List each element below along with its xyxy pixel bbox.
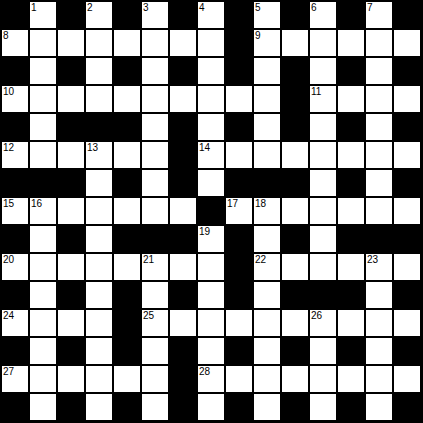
cell-r13c4[interactable]: [86, 338, 112, 364]
cell-r2c1[interactable]: 8: [2, 30, 28, 56]
cell-r8c3[interactable]: [58, 198, 84, 224]
cell-r10c13[interactable]: [338, 254, 364, 280]
cell-r4c11: [282, 86, 308, 112]
clue-number: 7: [367, 2, 373, 13]
cell-r13c15: [394, 338, 420, 364]
cell-r9c12[interactable]: [310, 226, 336, 252]
cell-r13c1: [2, 338, 28, 364]
cell-r14c8[interactable]: 28: [198, 366, 224, 392]
cell-r6c6[interactable]: [142, 142, 168, 168]
cell-r9c13: [338, 226, 364, 252]
cell-r11c10[interactable]: [254, 282, 280, 308]
cell-r10c8[interactable]: [198, 254, 224, 280]
cell-r4c12[interactable]: 11: [310, 86, 336, 112]
cell-r8c13[interactable]: [338, 198, 364, 224]
cell-r9c8[interactable]: 19: [198, 226, 224, 252]
cell-r2c3[interactable]: [58, 30, 84, 56]
cell-r2c2[interactable]: [30, 30, 56, 56]
cell-r1c8[interactable]: 4: [198, 2, 224, 28]
cell-r11c14[interactable]: [366, 282, 392, 308]
cell-r5c8[interactable]: [198, 114, 224, 140]
cell-r14c7: [170, 366, 196, 392]
clue-number: 21: [143, 254, 154, 265]
cell-r7c14[interactable]: [366, 170, 392, 196]
cell-r2c4[interactable]: [86, 30, 112, 56]
cell-r1c12[interactable]: 6: [310, 2, 336, 28]
cell-r12c1[interactable]: 24: [2, 310, 28, 336]
cell-r8c5[interactable]: [114, 198, 140, 224]
clue-number: 8: [3, 30, 9, 41]
clue-number: 10: [3, 86, 14, 97]
clue-number: 22: [255, 254, 266, 265]
cell-r13c12[interactable]: [310, 338, 336, 364]
cell-r6c15[interactable]: [394, 142, 420, 168]
clue-number: 5: [255, 2, 261, 13]
cell-r5c7: [170, 114, 196, 140]
cell-r5c2[interactable]: [30, 114, 56, 140]
cell-r3c4[interactable]: [86, 58, 112, 84]
cell-r11c2[interactable]: [30, 282, 56, 308]
cell-r2c12[interactable]: [310, 30, 336, 56]
cell-r5c5: [114, 114, 140, 140]
cell-r12c13[interactable]: [338, 310, 364, 336]
cell-r15c7: [170, 394, 196, 420]
cell-r2c10[interactable]: 9: [254, 30, 280, 56]
cell-r12c10[interactable]: [254, 310, 280, 336]
cell-r9c1: [2, 226, 28, 252]
cell-r7c1: [2, 170, 28, 196]
cell-r14c14[interactable]: [366, 366, 392, 392]
cell-r5c1: [2, 114, 28, 140]
cell-r2c9: [226, 30, 252, 56]
cell-r11c15: [394, 282, 420, 308]
cell-r7c8[interactable]: [198, 170, 224, 196]
cell-r1c6[interactable]: 3: [142, 2, 168, 28]
cell-r10c12[interactable]: [310, 254, 336, 280]
cell-r3c5: [114, 58, 140, 84]
cell-r8c2[interactable]: 16: [30, 198, 56, 224]
clue-number: 20: [3, 254, 14, 265]
cell-r9c3: [58, 226, 84, 252]
clue-number: 26: [311, 310, 322, 321]
cell-r10c6[interactable]: 21: [142, 254, 168, 280]
cell-r7c7: [170, 170, 196, 196]
cell-r9c5: [114, 226, 140, 252]
cell-r6c5[interactable]: [114, 142, 140, 168]
cell-r12c4[interactable]: [86, 310, 112, 336]
cell-r9c15: [394, 226, 420, 252]
cell-r15c13: [338, 394, 364, 420]
cell-r3c10[interactable]: [254, 58, 280, 84]
cell-r9c9: [226, 226, 252, 252]
cell-r14c11[interactable]: [282, 366, 308, 392]
cell-r4c9[interactable]: [226, 86, 252, 112]
cell-r13c13: [338, 338, 364, 364]
cell-r15c5: [114, 394, 140, 420]
cell-r8c8: [198, 198, 224, 224]
cell-r1c5: [114, 2, 140, 28]
cell-r13c8[interactable]: [198, 338, 224, 364]
cell-r8c4[interactable]: [86, 198, 112, 224]
cell-r9c14: [366, 226, 392, 252]
cell-r3c2[interactable]: [30, 58, 56, 84]
cell-r11c4[interactable]: [86, 282, 112, 308]
cell-r3c3: [58, 58, 84, 84]
cell-r2c15[interactable]: [394, 30, 420, 56]
cell-r12c8[interactable]: [198, 310, 224, 336]
cell-r13c14[interactable]: [366, 338, 392, 364]
cell-r10c1[interactable]: 20: [2, 254, 28, 280]
cell-r1c13: [338, 2, 364, 28]
cell-r8c15[interactable]: [394, 198, 420, 224]
clue-number: 3: [143, 2, 149, 13]
cell-r7c5: [114, 170, 140, 196]
cell-r2c6[interactable]: [142, 30, 168, 56]
cell-r8c9[interactable]: 17: [226, 198, 252, 224]
cell-r8c11[interactable]: [282, 198, 308, 224]
cell-r4c13[interactable]: [338, 86, 364, 112]
cell-r10c5[interactable]: [114, 254, 140, 280]
clue-number: 1: [31, 2, 37, 13]
cell-r7c15: [394, 170, 420, 196]
cell-r15c4[interactable]: [86, 394, 112, 420]
cell-r13c2[interactable]: [30, 338, 56, 364]
cell-r4c8[interactable]: [198, 86, 224, 112]
cell-r7c9: [226, 170, 252, 196]
cell-r13c6[interactable]: [142, 338, 168, 364]
cell-r6c11[interactable]: [282, 142, 308, 168]
cell-r8c10[interactable]: 18: [254, 198, 280, 224]
cell-r4c1[interactable]: 10: [2, 86, 28, 112]
cell-r5c6[interactable]: [142, 114, 168, 140]
cell-r11c12: [310, 282, 336, 308]
cell-r6c13[interactable]: [338, 142, 364, 168]
cell-r1c2[interactable]: 1: [30, 2, 56, 28]
cell-r1c11: [282, 2, 308, 28]
cell-r14c2[interactable]: [30, 366, 56, 392]
cell-r12c9[interactable]: [226, 310, 252, 336]
clue-number: 24: [3, 310, 14, 321]
cell-r6c7: [170, 142, 196, 168]
clue-number: 13: [87, 142, 98, 153]
cell-r7c12[interactable]: [310, 170, 336, 196]
clue-number: 15: [3, 198, 14, 209]
cell-r13c10[interactable]: [254, 338, 280, 364]
cell-r14c4[interactable]: [86, 366, 112, 392]
cell-r1c7: [170, 2, 196, 28]
cell-r14c9[interactable]: [226, 366, 252, 392]
cell-r2c13[interactable]: [338, 30, 364, 56]
cell-r12c5: [114, 310, 140, 336]
cell-r15c10[interactable]: [254, 394, 280, 420]
cell-r6c12[interactable]: [310, 142, 336, 168]
cell-r12c15[interactable]: [394, 310, 420, 336]
cell-r15c12[interactable]: [310, 394, 336, 420]
cell-r5c4: [86, 114, 112, 140]
cell-r13c11: [282, 338, 308, 364]
cell-r15c8[interactable]: [198, 394, 224, 420]
cell-r11c5: [114, 282, 140, 308]
cell-r8c7[interactable]: [170, 198, 196, 224]
clue-number: 17: [227, 198, 238, 209]
clue-number: 27: [3, 366, 14, 377]
cell-r2c11[interactable]: [282, 30, 308, 56]
cell-r8c12[interactable]: [310, 198, 336, 224]
cell-r7c4[interactable]: [86, 170, 112, 196]
cell-r9c4[interactable]: [86, 226, 112, 252]
cell-r6c1[interactable]: 12: [2, 142, 28, 168]
cell-r6c2[interactable]: [30, 142, 56, 168]
cell-r12c7[interactable]: [170, 310, 196, 336]
cell-r14c6[interactable]: [142, 366, 168, 392]
cell-r10c7[interactable]: [170, 254, 196, 280]
cell-r4c4[interactable]: [86, 86, 112, 112]
cell-r10c14[interactable]: 23: [366, 254, 392, 280]
cell-r11c7: [170, 282, 196, 308]
cell-r8c1[interactable]: 15: [2, 198, 28, 224]
cell-r4c6[interactable]: [142, 86, 168, 112]
cell-r8c14[interactable]: [366, 198, 392, 224]
cell-r1c14[interactable]: 7: [366, 2, 392, 28]
clue-number: 18: [255, 198, 266, 209]
cell-r15c1: [2, 394, 28, 420]
cell-r3c13: [338, 58, 364, 84]
clue-number: 11: [311, 86, 321, 97]
cell-r2c5[interactable]: [114, 30, 140, 56]
cell-r1c9: [226, 2, 252, 28]
cell-r4c5[interactable]: [114, 86, 140, 112]
cell-r4c15[interactable]: [394, 86, 420, 112]
cell-r2c14[interactable]: [366, 30, 392, 56]
cell-r4c3[interactable]: [58, 86, 84, 112]
cell-r4c10[interactable]: [254, 86, 280, 112]
cell-r6c10[interactable]: [254, 142, 280, 168]
crossword-grid: 1234567891011121314151617181920212223242…: [0, 0, 423, 423]
cell-r7c13: [338, 170, 364, 196]
clue-number: 28: [199, 366, 210, 377]
cell-r5c14[interactable]: [366, 114, 392, 140]
cell-r1c4[interactable]: 2: [86, 2, 112, 28]
cell-r1c1: [2, 2, 28, 28]
cell-r5c13: [338, 114, 364, 140]
cell-r10c9: [226, 254, 252, 280]
cell-r10c10[interactable]: 22: [254, 254, 280, 280]
cell-r6c3[interactable]: [58, 142, 84, 168]
cell-r15c15: [394, 394, 420, 420]
cell-r11c6[interactable]: [142, 282, 168, 308]
clue-number: 25: [143, 310, 154, 321]
cell-r5c10[interactable]: [254, 114, 280, 140]
cell-r10c15[interactable]: [394, 254, 420, 280]
cell-r15c2[interactable]: [30, 394, 56, 420]
cell-r14c1[interactable]: 27: [2, 366, 28, 392]
cell-r12c2[interactable]: [30, 310, 56, 336]
cell-r4c7[interactable]: [170, 86, 196, 112]
cell-r12c12[interactable]: 26: [310, 310, 336, 336]
cell-r14c15[interactable]: [394, 366, 420, 392]
cell-r4c14[interactable]: [366, 86, 392, 112]
cell-r8c6[interactable]: [142, 198, 168, 224]
cell-r15c3: [58, 394, 84, 420]
cell-r12c6[interactable]: 25: [142, 310, 168, 336]
cell-r5c12[interactable]: [310, 114, 336, 140]
cell-r14c13[interactable]: [338, 366, 364, 392]
clue-number: 4: [199, 2, 205, 13]
cell-r1c15: [394, 2, 420, 28]
clue-number: 12: [3, 142, 14, 153]
cell-r3c14[interactable]: [366, 58, 392, 84]
clue-number: 2: [87, 2, 93, 13]
cell-r13c7: [170, 338, 196, 364]
cell-r15c9: [226, 394, 252, 420]
cell-r10c4[interactable]: [86, 254, 112, 280]
cell-r11c8[interactable]: [198, 282, 224, 308]
cell-r3c15: [394, 58, 420, 84]
cell-r11c9: [226, 282, 252, 308]
cell-r3c8[interactable]: [198, 58, 224, 84]
cell-r11c11: [282, 282, 308, 308]
cell-r6c14[interactable]: [366, 142, 392, 168]
cell-r5c15: [394, 114, 420, 140]
cell-r5c9: [226, 114, 252, 140]
cell-r10c11[interactable]: [282, 254, 308, 280]
cell-r10c3[interactable]: [58, 254, 84, 280]
cell-r7c11: [282, 170, 308, 196]
cell-r14c12[interactable]: [310, 366, 336, 392]
cell-r9c6: [142, 226, 168, 252]
cell-r3c12[interactable]: [310, 58, 336, 84]
cell-r3c6[interactable]: [142, 58, 168, 84]
cell-r11c3: [58, 282, 84, 308]
cell-r3c7: [170, 58, 196, 84]
cell-r5c3: [58, 114, 84, 140]
clue-number: 19: [199, 226, 210, 237]
cell-r3c1: [2, 58, 28, 84]
cell-r1c3: [58, 2, 84, 28]
cell-r9c7: [170, 226, 196, 252]
cell-r14c3[interactable]: [58, 366, 84, 392]
cell-r4c2[interactable]: [30, 86, 56, 112]
cell-r1c10[interactable]: 5: [254, 2, 280, 28]
cell-r5c11: [282, 114, 308, 140]
cell-r2c7[interactable]: [170, 30, 196, 56]
cell-r9c11: [282, 226, 308, 252]
cell-r11c13: [338, 282, 364, 308]
cell-r6c4[interactable]: 13: [86, 142, 112, 168]
clue-number: 9: [255, 30, 261, 41]
cell-r11c1: [2, 282, 28, 308]
cell-r7c6[interactable]: [142, 170, 168, 196]
cell-r7c2: [30, 170, 56, 196]
cell-r12c14[interactable]: [366, 310, 392, 336]
clue-number: 23: [367, 254, 378, 265]
clue-number: 14: [199, 142, 210, 153]
cell-r14c10[interactable]: [254, 366, 280, 392]
cell-r9c10[interactable]: [254, 226, 280, 252]
cell-r12c3[interactable]: [58, 310, 84, 336]
cell-r10c2[interactable]: [30, 254, 56, 280]
cell-r2c8[interactable]: [198, 30, 224, 56]
cell-r6c9[interactable]: [226, 142, 252, 168]
cell-r13c5: [114, 338, 140, 364]
cell-r15c14[interactable]: [366, 394, 392, 420]
cell-r9c2[interactable]: [30, 226, 56, 252]
cell-r12c11[interactable]: [282, 310, 308, 336]
cell-r7c10: [254, 170, 280, 196]
cell-r14c5[interactable]: [114, 366, 140, 392]
cell-r3c11: [282, 58, 308, 84]
cell-r15c6[interactable]: [142, 394, 168, 420]
cell-r15c11: [282, 394, 308, 420]
cell-r13c9: [226, 338, 252, 364]
clue-number: 6: [311, 2, 317, 13]
cell-r3c9: [226, 58, 252, 84]
cell-r6c8[interactable]: 14: [198, 142, 224, 168]
cell-r7c3: [58, 170, 84, 196]
cell-r13c3: [58, 338, 84, 364]
clue-number: 16: [31, 198, 42, 209]
